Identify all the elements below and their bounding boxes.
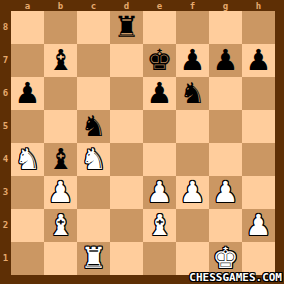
square-h4 bbox=[242, 143, 275, 176]
rank-label-1: 1 bbox=[0, 242, 11, 275]
watermark-text: CHESSGAMES.COM bbox=[189, 271, 282, 284]
square-a7 bbox=[11, 44, 44, 77]
square-f5 bbox=[176, 110, 209, 143]
white-pawn: ♟ bbox=[143, 176, 176, 209]
white-bishop: ♝ bbox=[143, 209, 176, 242]
black-bishop: ♝ bbox=[44, 44, 77, 77]
square-g3: ♟ bbox=[209, 176, 242, 209]
rank-label-5: 5 bbox=[0, 110, 11, 143]
square-e3: ♟ bbox=[143, 176, 176, 209]
black-knight: ♞ bbox=[77, 110, 110, 143]
square-a5 bbox=[11, 110, 44, 143]
square-e2: ♝ bbox=[143, 209, 176, 242]
square-b1 bbox=[44, 242, 77, 275]
rank-label-6: 6 bbox=[0, 77, 11, 110]
white-pawn: ♟ bbox=[209, 176, 242, 209]
square-e8 bbox=[143, 11, 176, 44]
rank-label-3: 3 bbox=[0, 176, 11, 209]
rank-label-4: 4 bbox=[0, 143, 11, 176]
square-e6: ♟ bbox=[143, 77, 176, 110]
square-e1 bbox=[143, 242, 176, 275]
square-d5 bbox=[110, 110, 143, 143]
square-b7: ♝ bbox=[44, 44, 77, 77]
square-d7 bbox=[110, 44, 143, 77]
white-pawn: ♟ bbox=[176, 176, 209, 209]
white-rook: ♜ bbox=[77, 242, 110, 275]
square-f6: ♞ bbox=[176, 77, 209, 110]
square-h3 bbox=[242, 176, 275, 209]
square-e7: ♚ bbox=[143, 44, 176, 77]
white-bishop: ♝ bbox=[44, 209, 77, 242]
black-pawn: ♟ bbox=[176, 44, 209, 77]
square-b3: ♟ bbox=[44, 176, 77, 209]
square-h6 bbox=[242, 77, 275, 110]
chess-board: ♜♝♚♟♟♟♟♟♞♞♞♝♞♟♟♟♟♝♝♟♜♚ bbox=[11, 11, 275, 275]
square-h5 bbox=[242, 110, 275, 143]
square-a8 bbox=[11, 11, 44, 44]
square-g7: ♟ bbox=[209, 44, 242, 77]
square-h7: ♟ bbox=[242, 44, 275, 77]
square-a1 bbox=[11, 242, 44, 275]
square-h8 bbox=[242, 11, 275, 44]
black-rook: ♜ bbox=[110, 11, 143, 44]
black-knight: ♞ bbox=[176, 77, 209, 110]
white-pawn: ♟ bbox=[242, 209, 275, 242]
square-b5 bbox=[44, 110, 77, 143]
square-c6 bbox=[77, 77, 110, 110]
square-c5: ♞ bbox=[77, 110, 110, 143]
square-b6 bbox=[44, 77, 77, 110]
white-knight: ♞ bbox=[77, 143, 110, 176]
square-b2: ♝ bbox=[44, 209, 77, 242]
square-f2 bbox=[176, 209, 209, 242]
square-c2 bbox=[77, 209, 110, 242]
square-d2 bbox=[110, 209, 143, 242]
rank-label-8: 8 bbox=[0, 11, 11, 44]
square-d8: ♜ bbox=[110, 11, 143, 44]
square-g4 bbox=[209, 143, 242, 176]
black-pawn: ♟ bbox=[11, 77, 44, 110]
square-e5 bbox=[143, 110, 176, 143]
square-g6 bbox=[209, 77, 242, 110]
square-f4 bbox=[176, 143, 209, 176]
black-bishop: ♝ bbox=[44, 143, 77, 176]
square-b4: ♝ bbox=[44, 143, 77, 176]
file-labels: abcdefgh bbox=[11, 0, 275, 11]
square-d4 bbox=[110, 143, 143, 176]
square-d3 bbox=[110, 176, 143, 209]
rank-labels: 87654321 bbox=[0, 11, 11, 275]
square-f7: ♟ bbox=[176, 44, 209, 77]
white-pawn: ♟ bbox=[44, 176, 77, 209]
square-b8 bbox=[44, 11, 77, 44]
square-c1: ♜ bbox=[77, 242, 110, 275]
square-f8 bbox=[176, 11, 209, 44]
square-e4 bbox=[143, 143, 176, 176]
square-a3 bbox=[11, 176, 44, 209]
square-g2 bbox=[209, 209, 242, 242]
black-pawn: ♟ bbox=[209, 44, 242, 77]
square-c8 bbox=[77, 11, 110, 44]
black-pawn: ♟ bbox=[242, 44, 275, 77]
black-pawn: ♟ bbox=[143, 77, 176, 110]
rank-label-2: 2 bbox=[0, 209, 11, 242]
chess-diagram: abcdefgh 87654321 ♜♝♚♟♟♟♟♟♞♞♞♝♞♟♟♟♟♝♝♟♜♚… bbox=[0, 0, 284, 284]
square-d6 bbox=[110, 77, 143, 110]
square-c4: ♞ bbox=[77, 143, 110, 176]
square-f3: ♟ bbox=[176, 176, 209, 209]
square-a2 bbox=[11, 209, 44, 242]
square-h2: ♟ bbox=[242, 209, 275, 242]
square-c7 bbox=[77, 44, 110, 77]
square-g8 bbox=[209, 11, 242, 44]
black-king: ♚ bbox=[143, 44, 176, 77]
square-a4: ♞ bbox=[11, 143, 44, 176]
rank-label-7: 7 bbox=[0, 44, 11, 77]
white-knight: ♞ bbox=[11, 143, 44, 176]
square-a6: ♟ bbox=[11, 77, 44, 110]
square-d1 bbox=[110, 242, 143, 275]
square-c3 bbox=[77, 176, 110, 209]
square-g5 bbox=[209, 110, 242, 143]
